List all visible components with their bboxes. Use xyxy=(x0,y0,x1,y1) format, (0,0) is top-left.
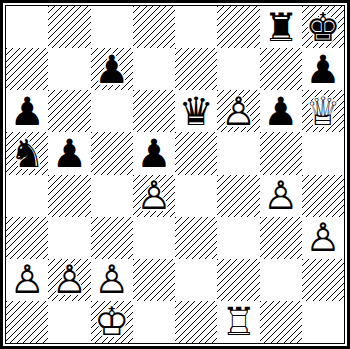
piece-black-king: ♚ xyxy=(302,6,344,48)
square-d7[interactable] xyxy=(133,48,175,90)
square-e1[interactable] xyxy=(175,301,217,343)
square-d4[interactable]: ♟♙ xyxy=(133,175,175,217)
square-c4[interactable] xyxy=(91,175,133,217)
square-f7[interactable] xyxy=(217,48,259,90)
piece-solid-layer: ♟ xyxy=(48,132,90,174)
piece-black-rook: ♜ xyxy=(260,6,302,48)
piece-black-knight: ♞ xyxy=(6,132,48,174)
piece-solid-layer: ♟ xyxy=(91,48,133,90)
square-g8[interactable]: ♜ xyxy=(260,6,302,48)
square-a1[interactable] xyxy=(6,301,48,343)
square-b1[interactable] xyxy=(48,301,90,343)
piece-black-queen: ♛ xyxy=(175,90,217,132)
square-f8[interactable] xyxy=(217,6,259,48)
square-b4[interactable] xyxy=(48,175,90,217)
piece-outline-layer: ♙ xyxy=(217,90,259,132)
square-a5[interactable]: ♞ xyxy=(6,132,48,174)
piece-solid-layer: ♛ xyxy=(175,90,217,132)
piece-solid-layer: ♟ xyxy=(302,48,344,90)
square-c2[interactable]: ♟♙ xyxy=(91,259,133,301)
piece-outline-layer: ♙ xyxy=(91,259,133,301)
square-f5[interactable] xyxy=(217,132,259,174)
chess-diagram-frame: ♜♚♟♟♟♛♟♙♟♛♕♞♟♟♟♙♟♙♟♙♟♙♟♙♟♙♚♔♜♖ xyxy=(0,0,350,349)
square-a3[interactable] xyxy=(6,217,48,259)
piece-outline-layer: ♙ xyxy=(6,259,48,301)
piece-outline-layer: ♙ xyxy=(260,175,302,217)
square-e2[interactable] xyxy=(175,259,217,301)
square-b6[interactable] xyxy=(48,90,90,132)
square-b2[interactable]: ♟♙ xyxy=(48,259,90,301)
square-e5[interactable] xyxy=(175,132,217,174)
square-c7[interactable]: ♟ xyxy=(91,48,133,90)
piece-outline-layer: ♖ xyxy=(217,301,259,343)
square-d8[interactable] xyxy=(133,6,175,48)
piece-solid-layer: ♟ xyxy=(260,90,302,132)
piece-white-pawn: ♟♙ xyxy=(91,259,133,301)
square-a2[interactable]: ♟♙ xyxy=(6,259,48,301)
square-f4[interactable] xyxy=(217,175,259,217)
square-d3[interactable] xyxy=(133,217,175,259)
square-g6[interactable]: ♟ xyxy=(260,90,302,132)
piece-outline-layer: ♔ xyxy=(91,301,133,343)
piece-white-king: ♚♔ xyxy=(91,301,133,343)
square-h4[interactable] xyxy=(302,175,344,217)
square-h7[interactable]: ♟ xyxy=(302,48,344,90)
piece-black-pawn: ♟ xyxy=(91,48,133,90)
square-b8[interactable] xyxy=(48,6,90,48)
square-b3[interactable] xyxy=(48,217,90,259)
square-h3[interactable]: ♟♙ xyxy=(302,217,344,259)
square-a8[interactable] xyxy=(6,6,48,48)
piece-white-pawn: ♟♙ xyxy=(217,90,259,132)
piece-outline-layer: ♕ xyxy=(302,90,344,132)
square-h8[interactable]: ♚ xyxy=(302,6,344,48)
piece-white-pawn: ♟♙ xyxy=(302,217,344,259)
piece-outline-layer: ♙ xyxy=(48,259,90,301)
piece-outline-layer: ♙ xyxy=(133,175,175,217)
square-g3[interactable] xyxy=(260,217,302,259)
piece-white-pawn: ♟♙ xyxy=(6,259,48,301)
piece-white-pawn: ♟♙ xyxy=(133,175,175,217)
piece-black-pawn: ♟ xyxy=(133,132,175,174)
piece-black-pawn: ♟ xyxy=(48,132,90,174)
square-g5[interactable] xyxy=(260,132,302,174)
square-f2[interactable] xyxy=(217,259,259,301)
piece-black-pawn: ♟ xyxy=(6,90,48,132)
square-e4[interactable] xyxy=(175,175,217,217)
square-d1[interactable] xyxy=(133,301,175,343)
piece-white-rook: ♜♖ xyxy=(217,301,259,343)
chess-board: ♜♚♟♟♟♛♟♙♟♛♕♞♟♟♟♙♟♙♟♙♟♙♟♙♟♙♚♔♜♖ xyxy=(5,5,345,344)
square-c3[interactable] xyxy=(91,217,133,259)
square-e6[interactable]: ♛ xyxy=(175,90,217,132)
square-g7[interactable] xyxy=(260,48,302,90)
square-c1[interactable]: ♚♔ xyxy=(91,301,133,343)
square-b7[interactable] xyxy=(48,48,90,90)
square-b5[interactable]: ♟ xyxy=(48,132,90,174)
piece-solid-layer: ♜ xyxy=(260,6,302,48)
square-d5[interactable]: ♟ xyxy=(133,132,175,174)
piece-solid-layer: ♟ xyxy=(133,132,175,174)
piece-black-pawn: ♟ xyxy=(260,90,302,132)
square-f1[interactable]: ♜♖ xyxy=(217,301,259,343)
square-f6[interactable]: ♟♙ xyxy=(217,90,259,132)
square-f3[interactable] xyxy=(217,217,259,259)
square-e3[interactable] xyxy=(175,217,217,259)
square-g2[interactable] xyxy=(260,259,302,301)
piece-solid-layer: ♞ xyxy=(6,132,48,174)
square-g1[interactable] xyxy=(260,301,302,343)
piece-outline-layer: ♙ xyxy=(302,217,344,259)
piece-white-queen: ♛♕ xyxy=(302,90,344,132)
square-h2[interactable] xyxy=(302,259,344,301)
square-d6[interactable] xyxy=(133,90,175,132)
square-a4[interactable] xyxy=(6,175,48,217)
square-e8[interactable] xyxy=(175,6,217,48)
piece-solid-layer: ♟ xyxy=(6,90,48,132)
piece-black-pawn: ♟ xyxy=(302,48,344,90)
piece-white-pawn: ♟♙ xyxy=(48,259,90,301)
square-h1[interactable] xyxy=(302,301,344,343)
square-h5[interactable] xyxy=(302,132,344,174)
piece-white-pawn: ♟♙ xyxy=(260,175,302,217)
square-g4[interactable]: ♟♙ xyxy=(260,175,302,217)
square-c6[interactable] xyxy=(91,90,133,132)
square-c5[interactable] xyxy=(91,132,133,174)
square-e7[interactable] xyxy=(175,48,217,90)
square-d2[interactable] xyxy=(133,259,175,301)
square-h6[interactable]: ♛♕ xyxy=(302,90,344,132)
square-c8[interactable] xyxy=(91,6,133,48)
piece-solid-layer: ♚ xyxy=(302,6,344,48)
square-a7[interactable] xyxy=(6,48,48,90)
square-a6[interactable]: ♟ xyxy=(6,90,48,132)
